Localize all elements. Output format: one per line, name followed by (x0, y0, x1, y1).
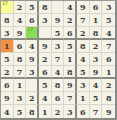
cell-value: 5 (17, 107, 23, 117)
cell-r7c9[interactable]: 2 (102, 79, 115, 92)
cell-value: 5 (29, 2, 35, 12)
cell-r7c5[interactable]: 8 (52, 79, 65, 92)
cell-r4c6[interactable]: 5 (64, 40, 77, 53)
cell-value: 6 (106, 54, 112, 64)
cell-value: 2 (67, 15, 73, 25)
cell-r5c9[interactable]: 6 (102, 53, 115, 66)
cell-value: 1 (106, 67, 112, 77)
cell-r2c6[interactable]: 2 (64, 14, 77, 27)
cell-r7c1[interactable]: 6 (1, 79, 14, 92)
cell-value: 1 (4, 41, 10, 51)
cell-r6c9[interactable]: 1 (102, 66, 115, 79)
cell-value: 4 (42, 93, 48, 103)
cell-r6c5[interactable]: 4 (52, 66, 65, 79)
cell-r1c7[interactable]: 9 (77, 1, 90, 14)
cell-value: 3 (17, 93, 23, 103)
cell-value: 3 (67, 107, 73, 117)
cell-r8c7[interactable]: 1 (77, 92, 90, 105)
cell-value: 5 (106, 15, 112, 25)
cell-r4c3[interactable]: 4 (26, 40, 39, 53)
cell-r8c9[interactable]: 8 (102, 92, 115, 105)
cell-value: 6 (42, 67, 48, 77)
cell-value: 2 (55, 107, 61, 117)
cell-value: 8 (106, 93, 112, 103)
cell-value: 7 (55, 54, 61, 64)
cell-value: 5 (93, 93, 99, 103)
cell-r2c5[interactable]: 9 (52, 14, 65, 27)
cell-value: 6 (29, 15, 35, 25)
cell-r7c2[interactable]: 1 (14, 79, 27, 92)
cell-value: 9 (80, 2, 86, 12)
cell-value: 2 (80, 28, 86, 38)
cell-value: 7 (67, 93, 73, 103)
cell-r3c2[interactable]: 9 (14, 27, 27, 40)
cell-value: 4 (67, 2, 73, 12)
cell-r9c6[interactable]: 3 (64, 105, 77, 118)
cell-r7c4[interactable]: 5 (39, 79, 52, 92)
cell-r6c3[interactable]: 3 (26, 66, 39, 79)
cell-value: 6 (17, 41, 23, 51)
cell-value: 7 (17, 67, 23, 77)
cell-value: 7 (106, 41, 112, 51)
cell-value: 3 (80, 80, 86, 90)
pencil-marks: 17 (27, 27, 32, 32)
cell-r5c6[interactable]: 1 (64, 53, 77, 66)
cell-value: 6 (67, 28, 73, 38)
cell-value: 4 (4, 107, 10, 117)
cell-r9c9[interactable]: 9 (102, 105, 115, 118)
cell-r1c5[interactable] (52, 1, 65, 14)
cell-value: 8 (4, 15, 10, 25)
cell-value: 9 (42, 41, 48, 51)
cell-value: 8 (67, 67, 73, 77)
cell-r1c2[interactable]: 2 (14, 1, 27, 14)
cell-value: 8 (42, 2, 48, 12)
cell-r9c1[interactable]: 4 (1, 105, 14, 118)
cell-value: 8 (55, 80, 61, 90)
cell-r7c7[interactable]: 3 (77, 79, 90, 92)
cell-r4c7[interactable]: 8 (77, 40, 90, 53)
cell-r9c7[interactable]: 6 (77, 105, 90, 118)
cell-value: 8 (80, 41, 86, 51)
cell-value: 6 (80, 107, 86, 117)
cell-r8c3[interactable]: 2 (26, 92, 39, 105)
cell-value: 2 (17, 2, 23, 12)
cell-value: 6 (4, 80, 10, 90)
cell-r3c9[interactable]: 4 (102, 27, 115, 40)
cell-value: 3 (4, 28, 10, 38)
cell-r5c3[interactable]: 9 (26, 53, 39, 66)
cell-r6c7[interactable]: 5 (77, 66, 90, 79)
cell-value: 9 (93, 67, 99, 77)
cell-value: 8 (93, 28, 99, 38)
cell-value: 9 (29, 54, 35, 64)
cell-r5c4[interactable]: 2 (39, 53, 52, 66)
cell-value: 3 (93, 54, 99, 64)
cell-r5c2[interactable]: 8 (14, 53, 27, 66)
cell-r3c8[interactable]: 8 (90, 27, 103, 40)
cell-r8c6[interactable]: 7 (64, 92, 77, 105)
cell-r3c5[interactable]: 5 (52, 27, 65, 40)
cell-r8c8[interactable]: 5 (90, 92, 103, 105)
cell-r2c9[interactable]: 5 (102, 14, 115, 27)
cell-value: 6 (93, 2, 99, 12)
green-highlight-cell[interactable]: 17 (26, 27, 39, 40)
cell-r2c8[interactable]: 1 (90, 14, 103, 27)
cell-r1c9[interactable]: 3 (102, 1, 115, 14)
yellow-highlight-cell[interactable]: 17 (1, 1, 14, 14)
cell-r7c6[interactable]: 9 (64, 79, 77, 92)
cell-value: 8 (17, 54, 23, 64)
cell-r4c5[interactable]: 3 (52, 40, 65, 53)
cell-value: 5 (55, 28, 61, 38)
cell-value: 6 (55, 93, 61, 103)
cell-value: 4 (55, 67, 61, 77)
cell-r9c5[interactable]: 2 (52, 105, 65, 118)
cell-r6c8[interactable]: 9 (90, 66, 103, 79)
cell-r5c7[interactable]: 4 (77, 53, 90, 66)
cell-r8c2[interactable]: 3 (14, 92, 27, 105)
cell-r9c4[interactable]: 1 (39, 105, 52, 118)
cell-value: 9 (106, 107, 112, 117)
cell-r4c4[interactable]: 9 (39, 40, 52, 53)
cell-value: 4 (29, 41, 35, 51)
cell-r9c8[interactable]: 7 (90, 105, 103, 118)
cell-value: 1 (67, 54, 73, 64)
cell-r2c7[interactable]: 7 (77, 14, 90, 27)
cell-value: 1 (93, 15, 99, 25)
cell-value: 4 (106, 28, 112, 38)
sudoku-board: 1725849638463927153917562841649358275892… (0, 0, 117, 120)
cell-r2c2[interactable]: 4 (14, 14, 27, 27)
cell-value: 2 (93, 41, 99, 51)
cell-r6c6[interactable]: 8 (64, 66, 77, 79)
cell-r8c1[interactable]: 9 (1, 92, 14, 105)
cell-value: 9 (4, 93, 10, 103)
cell-r3c7[interactable]: 2 (77, 27, 90, 40)
cell-r1c4[interactable]: 8 (39, 1, 52, 14)
cell-r5c1[interactable]: 5 (1, 53, 14, 66)
cell-r6c1[interactable]: 2 (1, 66, 14, 79)
cell-r3c1[interactable]: 3 (1, 27, 14, 40)
cell-value: 7 (93, 107, 99, 117)
cell-r9c2[interactable]: 5 (14, 105, 27, 118)
cell-value: 5 (4, 54, 10, 64)
cell-value: 9 (17, 28, 23, 38)
cell-value: 5 (42, 80, 48, 90)
pencil-marks: 17 (2, 1, 7, 6)
cell-value: 3 (29, 67, 35, 77)
cell-r2c4[interactable]: 3 (39, 14, 52, 27)
cell-r6c2[interactable]: 7 (14, 66, 27, 79)
cell-value: 4 (80, 54, 86, 64)
cell-r4c2[interactable]: 6 (14, 40, 27, 53)
cell-r8c4[interactable]: 4 (39, 92, 52, 105)
cell-r7c3[interactable] (26, 79, 39, 92)
cell-value: 8 (29, 107, 35, 117)
cell-r3c4[interactable] (39, 27, 52, 40)
cell-r8c5[interactable]: 6 (52, 92, 65, 105)
cell-value: 3 (55, 41, 61, 51)
cell-value: 9 (55, 15, 61, 25)
cell-value: 3 (42, 15, 48, 25)
cell-value: 2 (42, 54, 48, 64)
cell-r1c8[interactable]: 6 (90, 1, 103, 14)
cell-value: 2 (29, 93, 35, 103)
cell-r4c8[interactable]: 2 (90, 40, 103, 53)
cell-r7c8[interactable]: 4 (90, 79, 103, 92)
cell-r4c9[interactable]: 7 (102, 40, 115, 53)
cell-r9c3[interactable]: 8 (26, 105, 39, 118)
cell-value: 7 (80, 15, 86, 25)
cell-value: 4 (93, 80, 99, 90)
cell-value: 5 (80, 67, 86, 77)
cell-r5c5[interactable]: 7 (52, 53, 65, 66)
cell-value: 3 (106, 2, 112, 12)
cell-value: 5 (67, 41, 73, 51)
cell-value: 9 (67, 80, 73, 90)
cell-r3c6[interactable]: 6 (64, 27, 77, 40)
cell-r5c8[interactable]: 3 (90, 53, 103, 66)
cell-value: 4 (17, 15, 23, 25)
cell-value: 2 (4, 67, 10, 77)
cell-r2c1[interactable]: 8 (1, 14, 14, 27)
cell-value: 1 (42, 107, 48, 117)
cell-r1c6[interactable]: 4 (64, 1, 77, 14)
cell-value: 1 (80, 93, 86, 103)
orange-selected-cell[interactable]: 1 (1, 40, 14, 53)
cell-r6c4[interactable]: 6 (39, 66, 52, 79)
cell-value: 1 (17, 80, 23, 90)
cell-r1c3[interactable]: 5 (26, 1, 39, 14)
cell-value: 2 (106, 80, 112, 90)
